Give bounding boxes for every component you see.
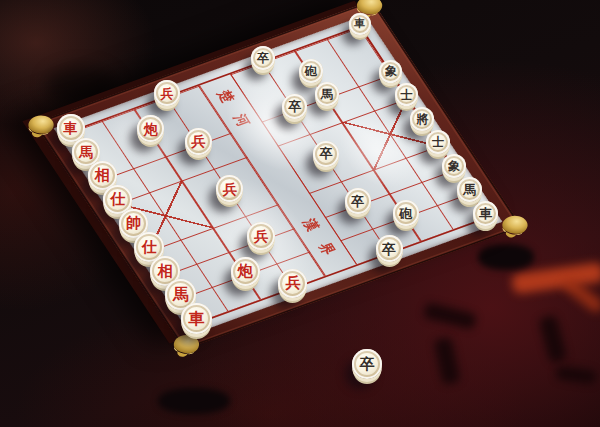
piece-black-chariot[interactable]: 車 — [473, 201, 498, 226]
piece-black-horse[interactable]: 馬 — [457, 177, 482, 202]
piece-black-horse[interactable]: 馬 — [315, 82, 339, 106]
piece-black-soldier[interactable]: 卒 — [282, 94, 307, 119]
piece-red-soldier[interactable]: 兵 — [278, 269, 307, 298]
piece-black-soldier[interactable]: 卒 — [251, 46, 275, 70]
piece-black-cannon[interactable]: 砲 — [299, 59, 323, 83]
piece-red-chariot[interactable]: 車 — [181, 303, 212, 334]
pieces-layer: 車象士將士象馬車砲馬砲卒卒卒卒卒兵兵兵兵兵炮炮車馬相仕帥仕相馬車卒 — [0, 0, 600, 427]
piece-black-advisor[interactable]: 士 — [395, 83, 418, 106]
piece-red-cannon[interactable]: 炮 — [137, 115, 164, 142]
piece-red-soldier[interactable]: 兵 — [154, 80, 180, 106]
piece-black-soldier[interactable]: 卒 — [345, 188, 371, 214]
piece-black-elephant[interactable]: 象 — [442, 154, 466, 178]
piece-black-general[interactable]: 將 — [410, 107, 434, 131]
piece-red-soldier[interactable]: 兵 — [216, 175, 243, 202]
piece-black-loose[interactable]: 卒 — [352, 349, 382, 379]
piece-black-cannon[interactable]: 砲 — [393, 200, 419, 226]
piece-black-elephant[interactable]: 象 — [379, 60, 402, 83]
piece-black-soldier[interactable]: 卒 — [376, 235, 403, 262]
photo-stage: 楚 河 漢 界 車象士將士象馬車砲馬砲卒卒卒卒卒兵兵兵兵兵炮炮車馬相仕帥仕相馬車… — [0, 0, 600, 427]
piece-red-cannon[interactable]: 炮 — [231, 257, 260, 286]
piece-red-soldier[interactable]: 兵 — [185, 128, 212, 155]
piece-red-soldier[interactable]: 兵 — [247, 222, 275, 250]
piece-black-chariot[interactable]: 車 — [349, 13, 371, 35]
piece-black-advisor[interactable]: 士 — [426, 130, 450, 154]
piece-black-soldier[interactable]: 卒 — [313, 141, 339, 167]
